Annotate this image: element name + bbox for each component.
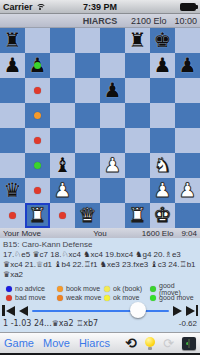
refresh-icon[interactable]: ⟳: [163, 337, 174, 350]
player-clock: 9:04: [181, 229, 197, 238]
battery-icon: [180, 3, 196, 11]
move-list[interactable]: 17.♘e5 ♛c7 18.♘xc4 ♞xc4 19.bxc4 ♞g4 20.♗…: [0, 249, 200, 282]
advice-dot-a1: [9, 212, 16, 219]
square-h3[interactable]: [175, 153, 200, 178]
square-h8[interactable]: [175, 28, 200, 53]
app-header: HIARCS 2100 Elo 10:00: [0, 14, 200, 28]
player-elo: 1600 Elo: [142, 229, 174, 238]
tab-game[interactable]: Game: [4, 337, 34, 349]
white-pawn-e3[interactable]: ♟: [100, 153, 125, 178]
square-a2[interactable]: ♛: [0, 178, 25, 203]
legend-item: ok move: [104, 294, 150, 301]
square-h2[interactable]: ♟: [175, 178, 200, 203]
tab-hiarcs[interactable]: Hiarcs: [79, 337, 110, 349]
square-c3[interactable]: ♝: [50, 153, 75, 178]
legend-dot: [6, 295, 12, 301]
black-rook-a8[interactable]: ♜: [0, 28, 25, 53]
white-knight-g3[interactable]: ♞: [150, 153, 175, 178]
square-g1[interactable]: ♚: [150, 203, 175, 228]
flip-board-icon[interactable]: ⟲: [125, 336, 137, 350]
white-queen-d1[interactable]: ♛: [75, 203, 100, 228]
square-g2[interactable]: ♟: [150, 178, 175, 203]
square-c7[interactable]: [50, 53, 75, 78]
black-queen-a2[interactable]: ♛: [0, 178, 25, 203]
white-rook-b1[interactable]: ♜: [25, 203, 50, 228]
black-pawn-h7[interactable]: ♟: [175, 53, 200, 78]
next-move-button[interactable]: [173, 306, 182, 316]
white-pawn-h2[interactable]: ♟: [175, 178, 200, 203]
advice-dot-c1: [59, 212, 66, 219]
square-g7[interactable]: ♟: [150, 53, 175, 78]
square-c8[interactable]: [50, 28, 75, 53]
white-pawn-g2[interactable]: ♟: [150, 178, 175, 203]
square-f3[interactable]: [125, 153, 150, 178]
opening-book-icon[interactable]: [182, 337, 196, 350]
square-a3[interactable]: [0, 153, 25, 178]
square-b4[interactable]: [25, 128, 50, 153]
square-h7[interactable]: ♟: [175, 53, 200, 78]
bottom-toolbar: Game Move Hiarcs ⟲ ⟳: [0, 332, 200, 355]
square-b5[interactable]: [25, 103, 50, 128]
advice-legend: no advicebook moveok (book)good (move)ba…: [0, 282, 200, 303]
square-g4[interactable]: [150, 128, 175, 153]
square-h1[interactable]: [175, 203, 200, 228]
square-f4[interactable]: [125, 128, 150, 153]
last-move-button[interactable]: [186, 305, 199, 316]
legend-item: book move: [57, 285, 104, 292]
move-slider[interactable]: [32, 303, 169, 318]
square-e5[interactable]: [100, 103, 125, 128]
legend-dot: [150, 295, 156, 301]
legend-label: good move: [159, 294, 194, 301]
legend-dot: [57, 295, 63, 301]
turn-bar: Your Move You 1600 Elo 9:04: [0, 228, 200, 238]
square-g3[interactable]: ♞: [150, 153, 175, 178]
square-d8[interactable]: [75, 28, 100, 53]
square-a1[interactable]: [0, 203, 25, 228]
advice-dot-b4: [34, 137, 41, 144]
square-b6[interactable]: [25, 78, 50, 103]
square-c5[interactable]: [50, 103, 75, 128]
square-e8[interactable]: [100, 28, 125, 53]
square-f7[interactable]: [125, 53, 150, 78]
square-h6[interactable]: [175, 78, 200, 103]
engine-clock: 10:00: [174, 16, 197, 26]
black-pawn-a7[interactable]: ♟: [0, 53, 25, 78]
info-panel: B15: Caro-Kann Defense 17.♘e5 ♛c7 18.♘xc…: [0, 238, 200, 330]
legend-label: no advice: [15, 285, 45, 292]
legend-label: weak move: [66, 294, 101, 301]
analysis-eval: -0.62: [179, 319, 197, 328]
advice-dot-b7: [34, 62, 41, 69]
square-b3[interactable]: [25, 153, 50, 178]
square-b1[interactable]: ♜: [25, 203, 50, 228]
square-b7[interactable]: ♟: [25, 53, 50, 78]
square-d4[interactable]: [75, 128, 100, 153]
square-a5[interactable]: [0, 103, 25, 128]
square-d2[interactable]: [75, 178, 100, 203]
legend-dot: [150, 286, 156, 292]
square-c1[interactable]: [50, 203, 75, 228]
white-king-g1[interactable]: ♚: [150, 203, 175, 228]
square-e4[interactable]: [100, 128, 125, 153]
prev-move-button[interactable]: [19, 306, 28, 316]
hint-lightbulb-icon[interactable]: [145, 337, 155, 350]
black-pawn-e6[interactable]: ♟: [100, 78, 125, 103]
legend-label: bad move: [15, 294, 46, 301]
tab-move[interactable]: Move: [43, 337, 70, 349]
square-e7[interactable]: [100, 53, 125, 78]
square-f5[interactable]: [125, 103, 150, 128]
analysis-variation: 1 -1.03 24...♛xa2 ♖xb7: [3, 319, 98, 328]
black-rook-f8[interactable]: ♜: [125, 28, 150, 53]
square-a4[interactable]: [0, 128, 25, 153]
square-e1[interactable]: [100, 203, 125, 228]
opening-name: B15: Caro-Kann Defense: [0, 238, 200, 249]
square-g5[interactable]: [150, 103, 175, 128]
legend-item: bad move: [6, 294, 57, 301]
legend-item: good move: [150, 294, 198, 301]
white-pawn-c2[interactable]: ♟: [50, 178, 75, 203]
square-e3[interactable]: ♟: [100, 153, 125, 178]
square-f2[interactable]: [125, 178, 150, 203]
legend-label: ok move: [113, 294, 139, 301]
black-bishop-c3[interactable]: ♝: [50, 153, 75, 178]
advice-dot-b2: [34, 187, 41, 194]
square-f1[interactable]: ♜: [125, 203, 150, 228]
square-a6[interactable]: [0, 78, 25, 103]
legend-item: ok (book): [104, 285, 150, 292]
legend-item: no advice: [6, 285, 57, 292]
square-g6[interactable]: [150, 78, 175, 103]
advice-dot-b6: [34, 87, 41, 94]
legend-dot: [104, 295, 110, 301]
legend-label: ok (book): [113, 285, 142, 292]
legend-item: weak move: [57, 294, 104, 301]
advice-dot-b3: [34, 162, 41, 169]
square-c6[interactable]: [50, 78, 75, 103]
square-e2[interactable]: [100, 178, 125, 203]
square-b8[interactable]: [25, 28, 50, 53]
square-a7[interactable]: ♟: [0, 53, 25, 78]
square-d1[interactable]: ♛: [75, 203, 100, 228]
black-king-g8[interactable]: ♚: [150, 28, 175, 53]
square-a8[interactable]: ♜: [0, 28, 25, 53]
white-rook-f1[interactable]: ♜: [125, 203, 150, 228]
chess-board[interactable]: ♜♜♚♟♟♟♟♟♝♟♞♛♟♟♟♜♛♜♚: [0, 28, 200, 228]
legend-dot: [6, 286, 12, 292]
first-move-button[interactable]: [2, 305, 15, 316]
clock-label: 7:39 PM: [0, 2, 200, 12]
legend-dot: [57, 286, 63, 292]
engine-analysis-line: 1 -1.03 24...♛xa2 ♖xb7 -0.62: [0, 318, 200, 330]
square-d7[interactable]: [75, 53, 100, 78]
square-d6[interactable]: [75, 78, 100, 103]
square-c4[interactable]: [50, 128, 75, 153]
square-c2[interactable]: ♟: [50, 178, 75, 203]
square-d3[interactable]: [75, 153, 100, 178]
engine-elo: 2100 Elo: [131, 16, 167, 26]
advice-dot-b5: [34, 112, 41, 119]
square-h5[interactable]: [175, 103, 200, 128]
square-e6[interactable]: ♟: [100, 78, 125, 103]
black-pawn-g7[interactable]: ♟: [150, 53, 175, 78]
turn-state: Your Move: [3, 229, 41, 238]
square-d5[interactable]: [75, 103, 100, 128]
square-h4[interactable]: [175, 128, 200, 153]
legend-label: book move: [66, 285, 100, 292]
square-f6[interactable]: [125, 78, 150, 103]
square-f8[interactable]: ♜: [125, 28, 150, 53]
legend-dot: [104, 286, 110, 292]
square-g8[interactable]: ♚: [150, 28, 175, 53]
square-b2[interactable]: [25, 178, 50, 203]
game-navigator: [0, 303, 200, 318]
slider-knob[interactable]: [130, 302, 146, 318]
ios-status-bar: Carrier 7:39 PM: [0, 0, 200, 14]
